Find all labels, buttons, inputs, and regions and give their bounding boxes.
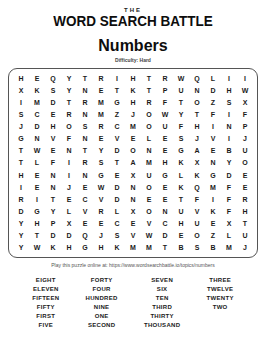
grid-cell: N bbox=[210, 159, 215, 166]
word-item: SIX bbox=[157, 286, 168, 292]
grid-cell: T bbox=[179, 196, 183, 203]
grid-cell: R bbox=[82, 99, 87, 106]
grid-cell: G bbox=[98, 172, 103, 179]
grid-cell: F bbox=[195, 196, 199, 203]
grid-cell: E bbox=[147, 196, 152, 203]
grid-cell: E bbox=[51, 147, 56, 154]
grid-cell: Z bbox=[115, 111, 119, 118]
grid-cell: K bbox=[50, 244, 55, 251]
grid-cell: C bbox=[34, 111, 39, 118]
grid-cell: Q bbox=[82, 232, 87, 239]
grid-cell: H bbox=[18, 75, 23, 82]
grid-cell: Y bbox=[51, 208, 56, 215]
grid-cell: X bbox=[227, 220, 232, 227]
grid-cell: T bbox=[163, 244, 167, 251]
grid-cell: D bbox=[18, 208, 23, 215]
grid-cell: L bbox=[179, 172, 183, 179]
grid-cell: I bbox=[20, 184, 22, 191]
grid-cell: F bbox=[227, 184, 231, 191]
grid-cell: X bbox=[19, 87, 24, 94]
grid-cell: E bbox=[83, 220, 88, 227]
grid-cell: M bbox=[210, 184, 216, 191]
grid-cell: N bbox=[34, 135, 39, 142]
grid-cell: U bbox=[162, 123, 167, 130]
grid-cell: J bbox=[67, 184, 71, 191]
grid-cell: N bbox=[50, 172, 55, 179]
grid-cell: O bbox=[146, 111, 151, 118]
grid-cell: T bbox=[83, 147, 87, 154]
grid-cell: R bbox=[146, 99, 151, 106]
grid-cell: L bbox=[147, 135, 151, 142]
grid-cell: G bbox=[210, 172, 215, 179]
word-item: ONE bbox=[95, 313, 109, 319]
grid-cell: R bbox=[98, 75, 103, 82]
grid-cell: E bbox=[115, 172, 120, 179]
grid-cell: K bbox=[130, 87, 135, 94]
grid-cell: H bbox=[18, 172, 23, 179]
grid-cell: J bbox=[131, 111, 135, 118]
grid-cell: P bbox=[163, 87, 168, 94]
grid-cell: Q bbox=[194, 75, 199, 82]
grid-cell: T bbox=[51, 196, 55, 203]
grid-cell: X bbox=[67, 220, 72, 227]
grid-cell: V bbox=[211, 135, 216, 142]
grid-cell: R bbox=[66, 111, 71, 118]
grid-cell: F bbox=[51, 159, 55, 166]
grid-cell: S bbox=[179, 135, 184, 142]
grid-cell: Y bbox=[67, 87, 72, 94]
grid-cell: K bbox=[114, 244, 119, 251]
grid-cell: T bbox=[115, 159, 119, 166]
grid-cell: N bbox=[82, 135, 87, 142]
grid-cell: X bbox=[243, 99, 248, 106]
brand-title: WORD SEARCH BATTLE bbox=[0, 14, 266, 30]
grid-cell: F bbox=[227, 208, 231, 215]
grid-cell: Y bbox=[67, 75, 72, 82]
grid-cell: R bbox=[18, 196, 23, 203]
grid-cell: M bbox=[130, 244, 136, 251]
grid-cell: V bbox=[51, 135, 56, 142]
grid-cell: N bbox=[130, 184, 135, 191]
grid-cell: F bbox=[67, 135, 71, 142]
grid-cell: A bbox=[194, 147, 199, 154]
grid-cell: W bbox=[98, 184, 105, 191]
grid-cell: Z bbox=[211, 99, 215, 106]
grid-cell: U bbox=[194, 220, 199, 227]
grid-cell: H bbox=[98, 244, 103, 251]
word-list-column: EIGHTELEVENFIFTEENFIFTYFIRSTFIVE bbox=[32, 277, 59, 328]
grid-cell: I bbox=[228, 75, 230, 82]
grid-cell: G bbox=[114, 99, 119, 106]
grid-cell: N bbox=[162, 208, 167, 215]
grid-cell: N bbox=[194, 87, 199, 94]
word-item: SECOND bbox=[88, 322, 115, 328]
grid-cell: E bbox=[51, 111, 56, 118]
word-item: THOUSAND bbox=[144, 322, 180, 328]
word-list-column: FORTYFOURHUNDREDNINEONESECOND bbox=[86, 277, 118, 328]
grid-cell: Y bbox=[227, 159, 232, 166]
grid-cell: N bbox=[146, 147, 151, 154]
grid-cell: Y bbox=[19, 232, 24, 239]
grid-cell: M bbox=[146, 159, 152, 166]
grid-cell: L bbox=[67, 208, 71, 215]
grid-cell: Y bbox=[99, 147, 104, 154]
grid-cell: E bbox=[211, 220, 216, 227]
grid-cell: U bbox=[178, 208, 183, 215]
grid-cell: H bbox=[50, 123, 55, 130]
grid-cell: E bbox=[35, 172, 40, 179]
grid-cell: E bbox=[35, 184, 40, 191]
puzzle-title: Numbers bbox=[0, 37, 266, 55]
grid-cell: C bbox=[114, 220, 119, 227]
grid-cell: K bbox=[34, 87, 39, 94]
grid-cell: Q bbox=[50, 75, 55, 82]
grid-cell: O bbox=[194, 99, 199, 106]
grid-cell: J bbox=[19, 123, 23, 130]
word-list: EIGHTELEVENFIFTEENFIFTYFIRSTFIVEFORTYFOU… bbox=[0, 277, 266, 328]
grid-cell: U bbox=[178, 87, 183, 94]
grid-cell: H bbox=[130, 75, 135, 82]
grid-cell: T bbox=[147, 75, 151, 82]
grid-cell: V bbox=[83, 208, 88, 215]
word-item: FIFTEEN bbox=[32, 295, 59, 301]
grid-cell: E bbox=[99, 87, 104, 94]
grid-cell: D bbox=[50, 232, 55, 239]
word-item: THIRTY bbox=[150, 313, 173, 319]
grid-cell: T bbox=[19, 147, 23, 154]
grid-cell: T bbox=[243, 220, 247, 227]
grid-cell: K bbox=[178, 184, 183, 191]
word-list-column: SEVENSIXTENTHIRDTHIRTYTHOUSAND bbox=[144, 277, 180, 328]
brand-the: THE bbox=[0, 7, 266, 13]
grid-cell: L bbox=[227, 232, 231, 239]
grid-cell: W bbox=[34, 147, 41, 154]
grid-cell: V bbox=[195, 208, 200, 215]
grid-cell: R bbox=[162, 75, 167, 82]
grid-cell: O bbox=[242, 159, 247, 166]
word-item: THIRD bbox=[152, 304, 172, 310]
grid-cell: I bbox=[68, 159, 70, 166]
grid-cell: N bbox=[130, 196, 135, 203]
grid-cell: L bbox=[35, 159, 39, 166]
grid-cell: E bbox=[131, 220, 136, 227]
header: THE WORD SEARCH BATTLE Numbers Difficult… bbox=[0, 0, 266, 63]
grid-cell: I bbox=[116, 75, 118, 82]
grid-cell: E bbox=[163, 135, 168, 142]
grid-cell: C bbox=[82, 196, 87, 203]
grid-cell: T bbox=[67, 99, 71, 106]
word-item: FIFTY bbox=[37, 304, 55, 310]
grid-cell: T bbox=[147, 87, 151, 94]
grid-cell: G bbox=[178, 147, 183, 154]
grid-cell: D bbox=[34, 123, 39, 130]
grid-cell: X bbox=[131, 208, 136, 215]
grid-cell: V bbox=[99, 196, 104, 203]
grid-cell: D bbox=[226, 172, 231, 179]
word-item: TWELVE bbox=[207, 286, 233, 292]
grid-cell: N bbox=[66, 147, 71, 154]
grid-cell: O bbox=[146, 123, 151, 130]
grid-cell: M bbox=[130, 123, 136, 130]
grid-cell: B bbox=[210, 244, 215, 251]
grid-cell: C bbox=[162, 220, 167, 227]
grid-cell: Y bbox=[179, 111, 184, 118]
grid-cell: H bbox=[242, 208, 247, 215]
grid-cell: O bbox=[146, 184, 151, 191]
grid-cell: C bbox=[114, 123, 119, 130]
grid-cell: I bbox=[228, 111, 230, 118]
grid-cell: F bbox=[179, 123, 183, 130]
grid-cell: N bbox=[82, 111, 87, 118]
word-item: TWENTY bbox=[207, 295, 234, 301]
grid-cell: S bbox=[51, 87, 56, 94]
grid-cell: E bbox=[83, 184, 88, 191]
word-item: FIRST bbox=[36, 313, 55, 319]
word-item: NINE bbox=[94, 304, 110, 310]
grid-cell: R bbox=[242, 196, 247, 203]
word-item: SEVEN bbox=[151, 277, 173, 283]
grid-cell: T bbox=[179, 99, 183, 106]
grid-cell: F bbox=[243, 111, 247, 118]
grid-cell: H bbox=[130, 99, 135, 106]
grid-cell: N bbox=[82, 172, 87, 179]
grid-cell: Y bbox=[19, 244, 24, 251]
word-list-column: THREETWELVETWENTYTWO bbox=[207, 277, 234, 328]
grid-cell: U bbox=[146, 172, 151, 179]
grid-cell: D bbox=[114, 196, 119, 203]
grid-cell: I bbox=[228, 135, 230, 142]
grid-cell: S bbox=[195, 244, 200, 251]
grid-cell: D bbox=[114, 184, 119, 191]
grid-cell: M bbox=[98, 99, 104, 106]
grid-cell: W bbox=[162, 111, 169, 118]
grid-cell: H bbox=[226, 87, 231, 94]
grid-cell: T bbox=[35, 232, 39, 239]
grid-cell: V bbox=[131, 232, 136, 239]
grid-cell: D bbox=[162, 232, 167, 239]
grid-cell: O bbox=[146, 208, 151, 215]
grid-cell: B bbox=[226, 147, 231, 154]
grid-cell: I bbox=[212, 196, 214, 203]
grid-cell: I bbox=[36, 196, 38, 203]
play-online-text[interactable]: Play this puzzle online at: https://www.… bbox=[0, 262, 266, 268]
grid-cell: P bbox=[243, 123, 248, 130]
grid-cell: D bbox=[114, 147, 119, 154]
grid-cell: S bbox=[227, 99, 232, 106]
grid-cell: V bbox=[147, 220, 152, 227]
grid-cell: E bbox=[163, 184, 168, 191]
grid-cell: S bbox=[19, 111, 24, 118]
grid-cell: I bbox=[244, 75, 246, 82]
grid-cell: E bbox=[243, 172, 248, 179]
grid-cell: I bbox=[68, 172, 70, 179]
grid-cell: E bbox=[67, 196, 72, 203]
word-item: FOUR bbox=[93, 286, 111, 292]
grid-cell: O bbox=[66, 123, 71, 130]
grid-cell: F bbox=[211, 111, 215, 118]
grid-cell: O bbox=[130, 147, 135, 154]
grid-cell: T bbox=[115, 87, 119, 94]
grid-cell: W bbox=[242, 87, 249, 94]
grid-cell: N bbox=[82, 87, 87, 94]
grid-cell: B bbox=[178, 244, 183, 251]
word-item: FIVE bbox=[39, 322, 54, 328]
grid-cell: U bbox=[242, 147, 247, 154]
grid-cell: T bbox=[195, 111, 199, 118]
grid-cell: L bbox=[115, 208, 119, 215]
grid-cell: R bbox=[82, 159, 87, 166]
grid-cell: H bbox=[162, 159, 167, 166]
word-item: EIGHT bbox=[36, 277, 56, 283]
grid-cell: U bbox=[242, 232, 247, 239]
grid-cell: M bbox=[146, 244, 152, 251]
grid-cell: J bbox=[195, 135, 199, 142]
word-search-grid: HEQYTRIHTRWQLIIXKSYNETKTPUNDHWIMDTRMGHRF… bbox=[8, 68, 258, 258]
grid-cell: R bbox=[98, 208, 103, 215]
grid-cell: M bbox=[226, 244, 232, 251]
grid-cell: V bbox=[115, 135, 120, 142]
grid-cell: G bbox=[34, 208, 39, 215]
grid-cell: H bbox=[66, 244, 71, 251]
grid-cell: N bbox=[50, 184, 55, 191]
grid-cell: G bbox=[18, 135, 23, 142]
grid-cell: K bbox=[210, 208, 215, 215]
grid-cell: G bbox=[162, 172, 167, 179]
grid-cell: I bbox=[212, 123, 214, 130]
grid-cell: X bbox=[131, 172, 136, 179]
grid-cell: E bbox=[35, 75, 40, 82]
grid-cell: W bbox=[146, 232, 153, 239]
grid-cell: E bbox=[131, 135, 136, 142]
grid-cell: J bbox=[243, 135, 247, 142]
grid-cell: O bbox=[194, 232, 199, 239]
grid-cell: D bbox=[66, 232, 71, 239]
grid-cell: E bbox=[163, 147, 168, 154]
grid-cell: P bbox=[51, 220, 56, 227]
grid-cell: E bbox=[99, 220, 104, 227]
grid-cell: D bbox=[50, 99, 55, 106]
word-item: HUNDRED bbox=[86, 295, 118, 301]
grid-cell: H bbox=[194, 123, 199, 130]
grid-cell: R bbox=[98, 123, 103, 130]
grid-cell: Y bbox=[19, 220, 24, 227]
grid-cell: L bbox=[211, 75, 215, 82]
grid-cell: F bbox=[163, 99, 167, 106]
grid-cell: H bbox=[34, 220, 39, 227]
grid-cell: G bbox=[82, 244, 87, 251]
word-item: TWO bbox=[213, 304, 228, 310]
grid-cell: S bbox=[99, 159, 104, 166]
grid-cell: H bbox=[178, 220, 183, 227]
grid-cell: E bbox=[211, 147, 216, 154]
grid-cell: E bbox=[163, 196, 168, 203]
grid-cell: K bbox=[178, 159, 183, 166]
grid-cell: F bbox=[227, 196, 231, 203]
grid-cell: W bbox=[178, 75, 185, 82]
grid-cell: E bbox=[179, 232, 184, 239]
grid-cell: M bbox=[98, 111, 104, 118]
grid-cell: S bbox=[83, 123, 88, 130]
grid-cell: X bbox=[195, 159, 200, 166]
grid-cell: E bbox=[243, 184, 248, 191]
grid-cell: Q bbox=[194, 184, 199, 191]
grid-cell: M bbox=[34, 99, 40, 106]
grid-cell: J bbox=[243, 244, 247, 251]
grid-cell: I bbox=[20, 99, 22, 106]
grid-cell: W bbox=[34, 244, 41, 251]
grid-cell: S bbox=[115, 232, 120, 239]
grid-cell: K bbox=[194, 172, 199, 179]
grid-cell: N bbox=[226, 123, 231, 130]
word-item: ELEVEN bbox=[33, 286, 59, 292]
grid-cell: J bbox=[99, 232, 103, 239]
word-item: TEN bbox=[156, 295, 169, 301]
grid-cell: D bbox=[210, 87, 215, 94]
word-item: FORTY bbox=[91, 277, 113, 283]
grid-cell: T bbox=[83, 75, 87, 82]
grid-cell: E bbox=[99, 135, 104, 142]
grid-cell: Z bbox=[211, 232, 215, 239]
grid-cell: A bbox=[130, 159, 135, 166]
grid-cell: T bbox=[19, 159, 23, 166]
word-item: THREE bbox=[209, 277, 231, 283]
difficulty-label: Difficulty: Hard bbox=[0, 57, 266, 63]
